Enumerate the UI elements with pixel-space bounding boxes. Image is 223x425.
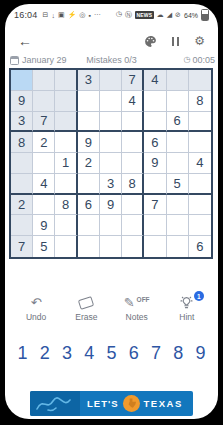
cell-r1c3[interactable] bbox=[55, 70, 77, 91]
cell-r6c4[interactable] bbox=[78, 174, 100, 195]
cell-r8c2[interactable]: 9 bbox=[33, 215, 55, 236]
cell-r6c9[interactable] bbox=[189, 174, 211, 195]
cell-r7c9[interactable] bbox=[189, 195, 211, 216]
cell-r1c4[interactable]: 3 bbox=[78, 70, 100, 91]
date-label: January 29 bbox=[22, 55, 67, 65]
numpad-1[interactable]: 1 bbox=[13, 343, 32, 364]
battery-percent: 64% bbox=[184, 12, 198, 19]
cell-r9c8[interactable] bbox=[167, 236, 189, 257]
cell-r9c1[interactable]: 7 bbox=[11, 236, 33, 257]
erase-label: Erase bbox=[75, 312, 97, 322]
cell-r6c5[interactable]: 3 bbox=[100, 174, 122, 195]
hint-button[interactable]: 1 Hint bbox=[166, 295, 208, 322]
cell-r9c7[interactable] bbox=[144, 236, 166, 257]
texas-state-icon bbox=[123, 395, 140, 412]
cell-r7c6[interactable] bbox=[122, 195, 144, 216]
status-icons-left: ⊟↓▣⚡◎▪⋯ bbox=[43, 11, 116, 19]
cell-r1c8[interactable] bbox=[167, 70, 189, 91]
app-icon: ▪ bbox=[88, 12, 90, 19]
cell-r2c8[interactable] bbox=[167, 91, 189, 112]
cell-r9c6[interactable] bbox=[122, 236, 144, 257]
notes-button[interactable]: ✎ OFF Notes bbox=[116, 295, 158, 322]
numpad-9[interactable]: 9 bbox=[191, 343, 210, 364]
cell-r4c9[interactable] bbox=[189, 132, 211, 153]
cell-r3c5[interactable] bbox=[100, 112, 122, 133]
app-screen: 16:04 ⊟↓▣⚡◎▪⋯ ◷Ⓝ NEWS ☁◢⊘ 64% ← ⚙ Mistak… bbox=[5, 4, 218, 419]
timer-clock-icon: ◷ bbox=[183, 56, 190, 64]
cell-r1c9[interactable] bbox=[189, 70, 211, 91]
cell-r1c5[interactable] bbox=[100, 70, 122, 91]
numpad-5[interactable]: 5 bbox=[102, 343, 121, 364]
screenshot-icon: ▣ bbox=[58, 11, 65, 19]
ad-text-texas: TEXAS bbox=[144, 398, 183, 409]
back-icon[interactable]: ← bbox=[18, 34, 32, 48]
app-bar: ← ⚙ bbox=[5, 28, 218, 54]
notes-off-badge: OFF bbox=[137, 297, 150, 304]
cell-r5c3[interactable]: 1 bbox=[55, 153, 77, 174]
cell-r5c7[interactable]: 9 bbox=[144, 153, 166, 174]
weather-icon: ☁ bbox=[157, 11, 164, 19]
cell-r3c9[interactable] bbox=[189, 112, 211, 133]
ad-banner[interactable]: LET'S TEXAS bbox=[30, 391, 193, 416]
signal-icon: ◢ bbox=[167, 11, 172, 19]
no-sim-icon: ⊘ bbox=[175, 11, 181, 19]
cast-icon: ⊟ bbox=[43, 11, 49, 19]
cell-r4c1[interactable]: 8 bbox=[11, 132, 33, 153]
cell-r2c2[interactable] bbox=[33, 91, 55, 112]
numpad-7[interactable]: 7 bbox=[147, 343, 166, 364]
cell-r1c6[interactable]: 7 bbox=[122, 70, 144, 91]
pencil-icon: ✎ bbox=[124, 296, 135, 309]
cell-r6c8[interactable]: 5 bbox=[167, 174, 189, 195]
game-toolbar: ↶ Undo Erase ✎ OFF Notes 1 Hint bbox=[5, 295, 218, 329]
cell-r2c4[interactable] bbox=[78, 91, 100, 112]
cell-r8c8[interactable] bbox=[167, 215, 189, 236]
cell-r9c2[interactable]: 5 bbox=[33, 236, 55, 257]
cell-r9c9[interactable]: 6 bbox=[189, 236, 211, 257]
status-icons-right2: ☁◢⊘ bbox=[157, 11, 181, 19]
cell-r9c5[interactable] bbox=[100, 236, 122, 257]
calendar-icon bbox=[10, 56, 19, 65]
cell-r8c1[interactable] bbox=[11, 215, 33, 236]
cell-r7c7[interactable]: 7 bbox=[144, 195, 166, 216]
battery-icon bbox=[201, 9, 209, 21]
undo-button[interactable]: ↶ Undo bbox=[15, 295, 57, 322]
eraser-icon bbox=[79, 295, 93, 310]
numpad-2[interactable]: 2 bbox=[35, 343, 54, 364]
overflow-icon: ⋯ bbox=[94, 11, 101, 19]
cell-r8c6[interactable] bbox=[122, 215, 144, 236]
ad-art bbox=[30, 391, 80, 416]
cell-r7c2[interactable] bbox=[33, 195, 55, 216]
cell-r7c5[interactable]: 9 bbox=[100, 195, 122, 216]
cell-r3c4[interactable] bbox=[78, 112, 100, 133]
cell-r5c6[interactable] bbox=[122, 153, 144, 174]
pause-icon[interactable] bbox=[172, 37, 180, 46]
cell-r4c7[interactable]: 6 bbox=[144, 132, 166, 153]
cell-r6c3[interactable] bbox=[55, 174, 77, 195]
cell-r8c4[interactable] bbox=[78, 215, 100, 236]
game-info-bar: Mistakes 0/3 January 29 ◷ 00:05 bbox=[5, 54, 218, 68]
cell-r3c1[interactable]: 3 bbox=[11, 112, 33, 133]
ad-text-lets: LET'S bbox=[87, 398, 119, 409]
cell-r2c7[interactable] bbox=[144, 91, 166, 112]
cell-r7c8[interactable] bbox=[167, 195, 189, 216]
news-badge: NEWS bbox=[135, 11, 154, 19]
cell-r4c2[interactable]: 2 bbox=[33, 132, 55, 153]
cell-r9c3[interactable] bbox=[55, 236, 77, 257]
erase-button[interactable]: Erase bbox=[65, 295, 107, 322]
cell-r2c3[interactable] bbox=[55, 91, 77, 112]
lightbulb-icon bbox=[180, 295, 193, 310]
cell-r3c2[interactable]: 7 bbox=[33, 112, 55, 133]
cell-r5c2[interactable] bbox=[33, 153, 55, 174]
cell-r1c1[interactable] bbox=[11, 70, 33, 91]
cell-r3c3[interactable] bbox=[55, 112, 77, 133]
numpad-6[interactable]: 6 bbox=[124, 343, 143, 364]
numpad-4[interactable]: 4 bbox=[80, 343, 99, 364]
undo-icon: ↶ bbox=[31, 295, 42, 310]
theme-palette-icon[interactable] bbox=[144, 35, 157, 48]
sudoku-board: 374948376829612944385286979756 bbox=[9, 68, 213, 259]
cell-r5c1[interactable] bbox=[11, 153, 33, 174]
cell-r1c2[interactable] bbox=[33, 70, 55, 91]
number-pad: 123456789 bbox=[5, 340, 218, 366]
flash-icon: ⚡ bbox=[68, 11, 77, 19]
numpad-8[interactable]: 8 bbox=[169, 343, 188, 364]
numpad-3[interactable]: 3 bbox=[58, 343, 77, 364]
cell-r6c1[interactable] bbox=[11, 174, 33, 195]
cell-r4c3[interactable] bbox=[55, 132, 77, 153]
cell-r9c4[interactable] bbox=[78, 236, 100, 257]
status-icons-right1: ◷Ⓝ bbox=[116, 10, 132, 20]
cell-r2c5[interactable] bbox=[100, 91, 122, 112]
cell-r8c7[interactable] bbox=[144, 215, 166, 236]
status-icons-right: ◷Ⓝ NEWS ☁◢⊘ 64% bbox=[116, 9, 209, 21]
cell-r2c9[interactable]: 8 bbox=[189, 91, 211, 112]
cell-r5c4[interactable]: 2 bbox=[78, 153, 100, 174]
cell-r8c3[interactable] bbox=[55, 215, 77, 236]
nfc-icon: Ⓝ bbox=[125, 10, 132, 20]
timer: ◷ 00:05 bbox=[183, 55, 215, 65]
cell-r8c5[interactable] bbox=[100, 215, 122, 236]
timer-value: 00:05 bbox=[192, 55, 215, 65]
cell-r3c7[interactable] bbox=[144, 112, 166, 133]
daily-challenge-date: January 29 bbox=[10, 55, 67, 65]
vibrate-icon: ◎ bbox=[79, 11, 85, 19]
cell-r8c9[interactable] bbox=[189, 215, 211, 236]
undo-label: Undo bbox=[26, 312, 46, 322]
alarm-icon: ◷ bbox=[116, 10, 122, 20]
clock-time: 16:04 bbox=[14, 10, 38, 20]
settings-gear-icon[interactable]: ⚙ bbox=[194, 35, 205, 47]
cell-r3c6[interactable] bbox=[122, 112, 144, 133]
hint-label: Hint bbox=[179, 312, 194, 322]
hint-count-badge: 1 bbox=[194, 291, 204, 301]
cell-r5c5[interactable] bbox=[100, 153, 122, 174]
download-icon: ↓ bbox=[51, 12, 55, 19]
cell-r4c8[interactable] bbox=[167, 132, 189, 153]
cell-r2c1[interactable]: 9 bbox=[11, 91, 33, 112]
cell-r4c5[interactable] bbox=[100, 132, 122, 153]
cell-r3c8[interactable]: 6 bbox=[167, 112, 189, 133]
cell-r5c8[interactable] bbox=[167, 153, 189, 174]
status-bar: 16:04 ⊟↓▣⚡◎▪⋯ ◷Ⓝ NEWS ☁◢⊘ 64% bbox=[5, 7, 218, 23]
cell-r6c2[interactable]: 4 bbox=[33, 174, 55, 195]
notes-label: Notes bbox=[126, 312, 148, 322]
cell-r7c3[interactable]: 8 bbox=[55, 195, 77, 216]
cell-r4c4[interactable]: 9 bbox=[78, 132, 100, 153]
cell-r7c4[interactable]: 6 bbox=[78, 195, 100, 216]
cell-r5c9[interactable]: 4 bbox=[189, 153, 211, 174]
cell-r2c6[interactable]: 4 bbox=[122, 91, 144, 112]
cell-r6c6[interactable]: 8 bbox=[122, 174, 144, 195]
cell-r6c7[interactable] bbox=[144, 174, 166, 195]
cell-r7c1[interactable]: 2 bbox=[11, 195, 33, 216]
cell-r1c7[interactable]: 4 bbox=[144, 70, 166, 91]
phone-frame: 16:04 ⊟↓▣⚡◎▪⋯ ◷Ⓝ NEWS ☁◢⊘ 64% ← ⚙ Mistak… bbox=[0, 0, 223, 425]
cell-r4c6[interactable] bbox=[122, 132, 144, 153]
